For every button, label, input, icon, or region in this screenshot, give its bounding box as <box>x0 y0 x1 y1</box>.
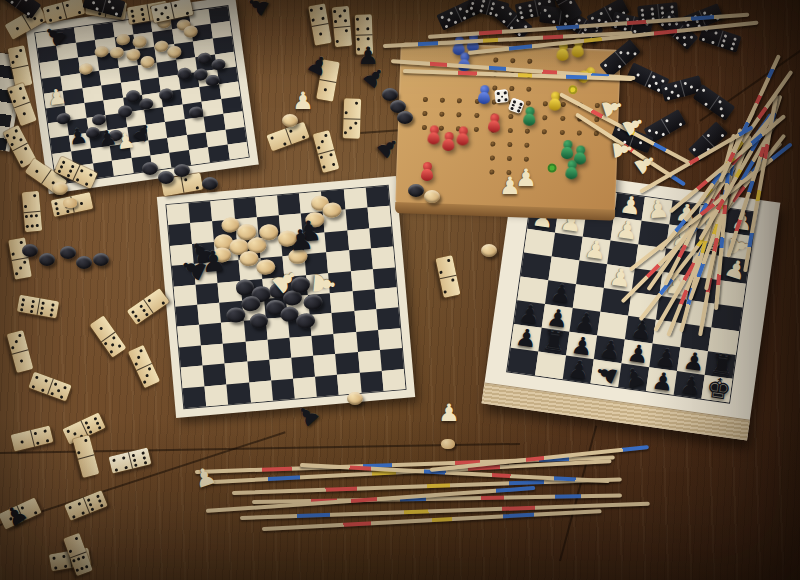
board-square <box>332 312 356 334</box>
domino-pip <box>462 16 466 20</box>
chess-pawn-white[interactable]: ♟ <box>629 148 661 179</box>
peg-hole <box>594 117 599 122</box>
domino-half-3 <box>12 258 32 280</box>
domino-half-2 <box>181 173 203 193</box>
domino-pip <box>633 29 637 33</box>
domino-light-4-5[interactable] <box>28 372 71 402</box>
domino-pip <box>142 456 146 460</box>
domino-pip <box>685 23 689 27</box>
domino-black-2-2[interactable] <box>548 0 583 22</box>
peg-hole <box>423 97 428 102</box>
ludo-peg-red[interactable] <box>488 113 501 133</box>
domino-half-2 <box>73 435 95 459</box>
domino-light-2-6[interactable] <box>22 191 42 232</box>
mikado-stick[interactable] <box>262 509 602 531</box>
board-square <box>330 291 354 313</box>
domino-half-3 <box>313 130 335 154</box>
domino-half-6 <box>637 4 659 23</box>
draughts-board-2[interactable]: ♟♟♟♟♟♟♟ <box>157 176 415 418</box>
domino-pip <box>647 129 651 133</box>
domino-black-3-2[interactable] <box>643 109 686 144</box>
domino-pip <box>41 301 44 304</box>
domino-half-0 <box>320 59 340 82</box>
domino-pip <box>332 163 336 167</box>
peg-hole <box>507 156 512 161</box>
domino-pip <box>320 6 323 9</box>
domino-pip <box>58 16 62 20</box>
domino-half-4 <box>698 24 723 47</box>
domino-pip <box>350 126 353 129</box>
board-square <box>247 360 271 382</box>
peg-hole <box>507 142 512 147</box>
domino-half-2 <box>286 122 310 145</box>
domino-black-6-6[interactable] <box>560 9 603 44</box>
domino-pip <box>720 133 724 137</box>
domino-pip <box>639 140 643 144</box>
board-square <box>351 269 375 291</box>
ludo-peg-blue[interactable] <box>458 52 471 72</box>
domino-pip <box>552 19 555 22</box>
domino-half-2 <box>558 0 582 22</box>
domino-pip <box>46 8 50 12</box>
board-square <box>337 372 361 394</box>
mikado-stick[interactable] <box>718 54 781 183</box>
domino-pip <box>664 86 668 90</box>
domino-pip <box>709 13 713 17</box>
domino-half-5 <box>69 548 91 568</box>
die-pip <box>511 103 514 106</box>
domino-pip <box>703 11 707 15</box>
domino-pip <box>721 113 725 117</box>
peg-hole <box>578 102 583 107</box>
ludo-peg-green[interactable] <box>565 160 578 180</box>
domino-pip <box>568 13 572 17</box>
domino-pip <box>543 8 546 11</box>
domino-light-2-2[interactable] <box>436 255 461 298</box>
checker-piece-white[interactable] <box>481 244 497 257</box>
domino-pip <box>683 35 687 39</box>
domino-pip <box>730 46 734 50</box>
board-square <box>172 264 196 286</box>
domino-pip <box>671 15 674 18</box>
chess-pawn-white[interactable]: ♟ <box>191 463 219 492</box>
board-square <box>203 364 227 386</box>
die-pip <box>497 99 500 102</box>
ludo-peg-red[interactable] <box>427 125 440 145</box>
ludo-peg-green[interactable] <box>574 145 587 165</box>
domino-pip <box>111 6 115 10</box>
domino-black-5-3[interactable] <box>660 75 703 102</box>
board-square <box>198 303 222 325</box>
domino-pip <box>93 416 97 420</box>
domino-pip <box>24 0 28 1</box>
ludo-peg-green[interactable] <box>523 107 536 127</box>
die-pip <box>504 91 507 94</box>
domino-pip <box>334 19 337 22</box>
board-square <box>177 325 201 347</box>
domino-pip <box>704 101 708 105</box>
domino-light-2-3[interactable] <box>8 237 32 279</box>
ludo-peg-blue[interactable] <box>478 85 491 105</box>
board-square <box>233 197 257 219</box>
mikado-stick[interactable] <box>206 486 535 513</box>
die-showing-6[interactable] <box>508 97 525 114</box>
domino-pip <box>625 51 629 55</box>
domino-half-6 <box>81 412 106 436</box>
domino-black-6-5[interactable] <box>515 0 558 21</box>
board-square <box>190 222 214 244</box>
domino-pip <box>90 507 94 511</box>
die-pip <box>510 107 513 110</box>
chess-pawn-white[interactable]: ♟ <box>292 89 314 113</box>
domino-pip <box>134 361 138 365</box>
domino-pip <box>465 9 469 13</box>
domino-pip <box>444 24 448 28</box>
domino-pip <box>563 21 567 25</box>
domino-pip <box>339 14 342 17</box>
domino-pip <box>334 9 337 12</box>
domino-pip <box>667 21 671 25</box>
domino-pip <box>652 74 656 78</box>
domino-pip <box>78 557 81 560</box>
domino-pip <box>689 85 693 89</box>
domino-pip <box>673 84 677 88</box>
board-square <box>293 376 317 398</box>
board-square <box>380 348 404 370</box>
domino-pip <box>23 260 26 263</box>
domino-pip <box>721 43 725 47</box>
ludo-holes <box>395 42 621 212</box>
domino-pip <box>97 425 101 429</box>
domino-pip <box>321 139 325 143</box>
domino-pip <box>357 48 360 51</box>
peg-hole <box>527 73 532 78</box>
domino-pip <box>706 133 710 137</box>
domino-pip <box>124 465 128 469</box>
domino-pip <box>15 26 19 30</box>
domino-pip <box>12 135 16 139</box>
wooden-bead[interactable] <box>63 198 77 208</box>
domino-light-3-1[interactable] <box>7 330 34 373</box>
domino-light-4-4[interactable] <box>355 14 373 55</box>
peg-hole <box>510 72 515 77</box>
mikado-stick[interactable] <box>252 494 622 504</box>
board-square <box>376 308 400 330</box>
domino-pip <box>26 14 30 18</box>
domino-pip <box>118 344 122 348</box>
checker-piece-black[interactable] <box>76 256 92 269</box>
domino-light-4-5[interactable] <box>49 548 91 572</box>
checker-piece-black[interactable] <box>382 88 398 101</box>
domino-black-3-3[interactable] <box>539 5 581 27</box>
peg-head <box>458 126 467 135</box>
chess-pawn-white[interactable]: ♟ <box>617 110 649 141</box>
peg-head <box>563 140 572 149</box>
board-square <box>563 355 594 383</box>
mikado-stick[interactable] <box>232 477 622 495</box>
domino-black-2-2[interactable] <box>688 121 728 161</box>
domino-pip <box>39 18 43 22</box>
domino-black-1-5[interactable] <box>626 62 669 94</box>
peg-hole <box>456 126 461 131</box>
domino-light-2-0[interactable] <box>73 435 100 478</box>
board-square <box>262 277 286 299</box>
peg-hole <box>492 85 497 90</box>
domino-pip <box>112 458 116 462</box>
domino-light-1-4[interactable] <box>11 425 54 451</box>
domino-black-5-2[interactable] <box>586 0 629 31</box>
domino-black-4-4[interactable] <box>491 1 533 40</box>
mikado-stick[interactable] <box>195 455 615 474</box>
domino-pip <box>590 16 594 20</box>
domino-half-2 <box>63 533 86 558</box>
domino-pip <box>636 72 640 76</box>
domino-black-6-6[interactable] <box>637 2 679 23</box>
mikado-stick[interactable] <box>430 445 649 472</box>
peg-ludo-board[interactable] <box>395 42 621 212</box>
domino-pip <box>494 12 498 16</box>
domino-pip <box>86 425 90 429</box>
domino-pip <box>30 304 33 307</box>
domino-light-3-4[interactable] <box>313 130 340 173</box>
domino-light-6-6[interactable] <box>17 295 59 319</box>
domino-pip <box>691 148 695 152</box>
domino-half-6 <box>680 10 705 33</box>
peg-hole <box>509 100 514 105</box>
domino-pip <box>732 42 736 46</box>
domino-light-1-5[interactable] <box>90 315 127 358</box>
domino-light-3-3[interactable] <box>128 345 160 388</box>
domino-half-6 <box>560 9 586 34</box>
mikado-stick[interactable] <box>300 463 610 483</box>
domino-pip <box>458 7 462 11</box>
domino-pip <box>355 122 358 125</box>
domino-light-2-2[interactable] <box>266 122 309 152</box>
board-square <box>371 247 395 269</box>
checker-piece-white[interactable] <box>282 114 298 127</box>
domino-light-3-6[interactable] <box>62 412 105 444</box>
domino-pip <box>682 28 686 32</box>
peg-hole <box>489 169 494 174</box>
checker-piece-black[interactable] <box>93 253 109 266</box>
ludo-peg-green[interactable] <box>561 140 574 160</box>
domino-pip <box>654 81 658 85</box>
domino-half-2 <box>693 84 720 110</box>
domino-pip <box>75 536 79 540</box>
chess-pawn-black[interactable]: ♟ <box>357 44 379 68</box>
board-square <box>236 238 260 260</box>
peg-hole <box>493 57 498 62</box>
domino-half-5 <box>586 7 612 32</box>
domino-black-6-4[interactable] <box>611 11 654 37</box>
domino-light-6-1[interactable] <box>51 192 94 217</box>
ludo-peg-yellow[interactable] <box>556 42 569 62</box>
domino-pip <box>66 429 70 433</box>
board-square <box>356 330 380 352</box>
mikado-stick[interactable] <box>428 13 749 39</box>
domino-black-6-3[interactable] <box>680 3 723 34</box>
domino-pip <box>84 438 88 442</box>
domino-pip <box>64 204 68 208</box>
board-square <box>167 203 191 225</box>
domino-pip <box>693 15 697 19</box>
domino-light-0-1[interactable] <box>316 59 340 101</box>
board-square <box>334 332 358 354</box>
domino-pip <box>528 8 532 12</box>
domino-half-6 <box>127 299 154 325</box>
board-square <box>310 313 334 335</box>
peg-hole <box>577 116 582 121</box>
ludo-peg-red[interactable] <box>442 132 455 152</box>
peg-hole <box>491 127 496 132</box>
peg-hole <box>474 99 479 104</box>
peg-body <box>488 120 500 132</box>
mikado-stick[interactable] <box>639 125 754 193</box>
peg-body <box>571 45 583 57</box>
domino-half-5 <box>657 11 684 37</box>
peg-body <box>575 68 592 85</box>
domino-black-5-5[interactable] <box>436 0 479 31</box>
domino-pip <box>323 165 327 169</box>
board-square <box>347 228 371 250</box>
domino-half-4 <box>109 452 133 473</box>
domino-light-4-1[interactable] <box>308 3 332 45</box>
board-square <box>189 147 210 165</box>
ludo-peg-yellow[interactable] <box>549 91 562 111</box>
domino-light-5-2[interactable] <box>332 6 352 47</box>
checker-piece-black[interactable] <box>202 177 218 190</box>
domino-black-4-6[interactable] <box>698 24 741 53</box>
domino-light-2-6[interactable] <box>63 533 93 576</box>
peg-hole <box>595 103 600 108</box>
ludo-peg-blue[interactable] <box>452 36 465 56</box>
domino-pip <box>111 342 115 346</box>
domino-pip <box>453 20 457 24</box>
chess-pawn-black[interactable]: ♟ <box>303 50 333 81</box>
peg-hole <box>473 127 478 132</box>
domino-pip <box>88 430 92 434</box>
domino-pip <box>130 310 134 314</box>
domino-pip <box>623 140 627 144</box>
board-square <box>205 384 229 406</box>
ludo-peg-yellow[interactable] <box>571 38 584 58</box>
checker-piece-black[interactable] <box>22 244 38 257</box>
board-square <box>259 236 283 258</box>
domino-half-6 <box>718 31 742 53</box>
die-showing-5[interactable] <box>494 89 508 103</box>
domino-pip <box>636 19 640 23</box>
domino-pip <box>489 11 493 15</box>
domino-pip <box>25 215 28 218</box>
domino-pip <box>20 240 23 243</box>
checker-piece-black[interactable] <box>60 246 76 259</box>
domino-pip <box>599 11 603 15</box>
domino-light-2-3[interactable] <box>343 98 361 139</box>
plank-seam <box>0 443 520 454</box>
peg-body <box>427 132 439 144</box>
board-edge-partial <box>0 52 26 151</box>
domino-pip <box>621 11 625 15</box>
ludo-peg-red[interactable] <box>456 126 469 146</box>
domino-pip <box>11 345 15 349</box>
domino-pip <box>516 18 520 22</box>
board-square <box>313 354 337 376</box>
domino-pip <box>31 299 34 302</box>
peg-hole <box>439 126 444 131</box>
board-square <box>220 301 244 323</box>
domino-pip <box>471 11 475 15</box>
domino-pip <box>711 40 715 44</box>
checker-piece-black[interactable] <box>39 253 55 266</box>
domino-pip <box>112 336 116 340</box>
domino-pip <box>114 9 117 12</box>
domino-pip <box>467 2 471 6</box>
domino-light-6-2[interactable] <box>127 288 170 325</box>
board-square <box>223 342 247 364</box>
domino-pip <box>55 207 59 211</box>
board-square <box>271 378 295 400</box>
domino-pip <box>547 14 550 17</box>
domino-pip <box>661 79 665 83</box>
domino-pip <box>56 211 60 215</box>
domino-pip <box>20 440 24 444</box>
domino-pip <box>519 11 523 15</box>
domino-black-2-3[interactable] <box>693 84 736 121</box>
ludo-peg-yellow[interactable] <box>574 64 597 86</box>
board-square <box>349 249 373 271</box>
board-square <box>179 345 203 367</box>
domino-half-5 <box>535 0 558 17</box>
domino-pip <box>84 421 88 425</box>
domino-pip <box>65 209 69 213</box>
domino-black-6-6[interactable] <box>466 0 509 20</box>
domino-half-3 <box>62 421 88 445</box>
domino-half-0 <box>161 176 184 196</box>
domino-black-5-5[interactable] <box>657 11 698 50</box>
peg-hole <box>508 128 513 133</box>
domino-pip <box>670 5 673 8</box>
board-square <box>266 317 290 339</box>
domino-pip <box>270 136 274 140</box>
mikado-stick[interactable] <box>240 502 650 520</box>
domino-pip <box>36 441 40 445</box>
domino-pip <box>68 505 72 509</box>
domino-half-5 <box>101 332 126 358</box>
domino-pip <box>733 37 737 41</box>
domino-pip <box>15 272 18 275</box>
domino-pip <box>572 26 576 30</box>
board-square <box>227 382 251 404</box>
draughts-board-1[interactable]: ♟♟♟♟♟ <box>25 0 259 194</box>
domino-half-2 <box>266 128 291 151</box>
domino-pip <box>482 0 486 2</box>
chess-pawn-white[interactable]: ♟ <box>438 401 460 425</box>
domino-half-1 <box>90 315 116 342</box>
board-square <box>93 161 114 179</box>
peg-hole <box>440 112 445 117</box>
domino-half-4 <box>49 551 72 571</box>
domino-pip <box>357 38 360 41</box>
board-square <box>618 363 649 391</box>
domino-black-2-2[interactable] <box>0 0 41 19</box>
chess-pawn-black[interactable]: ♟ <box>242 0 274 21</box>
domino-half-2 <box>548 0 573 5</box>
domino-half-5 <box>673 25 699 51</box>
chess-pawn-black[interactable]: ♟ <box>358 61 390 93</box>
ludo-peg-blue[interactable] <box>467 33 480 53</box>
mikado-stick[interactable] <box>212 459 612 484</box>
domino-pip <box>138 304 142 308</box>
